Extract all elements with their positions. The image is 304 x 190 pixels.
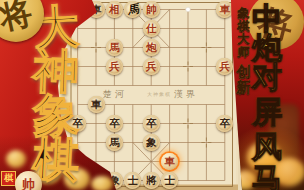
gold-coin-decoration (91, 176, 113, 190)
red-piece-兵[interactable]: 兵 (216, 58, 233, 75)
piece-char: 卒 (109, 117, 120, 129)
gold-coin-decoration (6, 150, 26, 168)
black-piece-士[interactable]: 士 (161, 172, 178, 189)
gold-seal-char: 将 (0, 0, 36, 41)
red-piece-相[interactable]: 相 (106, 1, 123, 18)
piece-char: 將 (146, 174, 157, 186)
black-piece-卒[interactable]: 卒 (216, 115, 233, 132)
piece-char: 相 (109, 3, 120, 15)
black-piece-卒[interactable]: 卒 (106, 115, 123, 132)
red-piece-仕[interactable]: 仕 (143, 20, 160, 37)
black-piece-士[interactable]: 士 (124, 172, 141, 189)
red-piece-兵[interactable]: 兵 (143, 58, 160, 75)
piece-char: 仕 (146, 22, 157, 34)
right-title-char: 马 (246, 163, 288, 190)
black-piece-馬[interactable]: 馬 (124, 1, 141, 18)
right-banner: 将 象棋大师 创新 中炮对屏风马 (231, 0, 304, 190)
piece-char: 車 (91, 98, 102, 110)
piece-char: 炮 (146, 41, 157, 53)
red-piece-車[interactable]: 車 (161, 153, 178, 170)
black-piece-車[interactable]: 車 (88, 96, 105, 113)
piece-char: 兵 (220, 60, 231, 72)
red-seal-stamp: 棋 (1, 171, 16, 186)
piece-char: 帥 (146, 3, 157, 15)
piece-char: 象 (146, 136, 157, 148)
piece-char: 士 (164, 174, 175, 186)
piece-char: 兵 (109, 60, 120, 72)
corner-piece-char: 帅 (22, 177, 35, 190)
red-piece-炮[interactable]: 炮 (143, 39, 160, 56)
piece-char: 馬 (109, 41, 120, 53)
piece-char: 馬 (109, 136, 120, 148)
red-seal-char: 棋 (4, 173, 13, 183)
red-piece-車[interactable]: 車 (216, 1, 233, 18)
red-piece-帥[interactable]: 帥 (143, 1, 160, 18)
black-piece-卒[interactable]: 卒 (143, 115, 160, 132)
right-title-char: 对 (246, 61, 288, 92)
piece-char: 馬 (125, 0, 140, 19)
piece-char: 兵 (146, 60, 157, 72)
piece-char: 卒 (220, 117, 231, 129)
black-piece-象[interactable]: 象 (143, 134, 160, 151)
red-piece-馬[interactable]: 馬 (106, 39, 123, 56)
piece-char: 卒 (146, 117, 157, 129)
black-piece-馬[interactable]: 馬 (106, 134, 123, 151)
right-title-char: 屏 (246, 96, 288, 127)
right-title-char: 风 (246, 131, 288, 162)
piece-char: 車 (220, 3, 231, 15)
piece-char: 車 (164, 155, 175, 167)
piece-char: 士 (128, 174, 139, 186)
black-piece-將[interactable]: 將 (143, 172, 160, 189)
xiangqi-thumbnail: 楚河 漢界 大神象棋 車相馬帥車仕馬炮兵兵兵車卒卒卒卒馬象車象士將士 大神象棋 … (0, 0, 304, 190)
red-piece-兵[interactable]: 兵 (106, 58, 123, 75)
